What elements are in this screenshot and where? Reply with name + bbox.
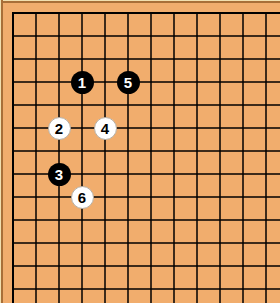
stone-white-6: 6	[71, 186, 94, 209]
board-edge-bevel-top	[0, 0, 280, 3]
board-edge-bevel-left	[0, 0, 3, 303]
stone-white-4: 4	[94, 117, 117, 140]
stone-black-1: 1	[71, 71, 94, 94]
stones-layer: 123456	[0, 0, 280, 303]
stone-white-2: 2	[48, 117, 71, 140]
stone-black-5: 5	[117, 71, 140, 94]
go-board-diagram: 123456	[0, 0, 280, 303]
stone-black-3: 3	[48, 163, 71, 186]
